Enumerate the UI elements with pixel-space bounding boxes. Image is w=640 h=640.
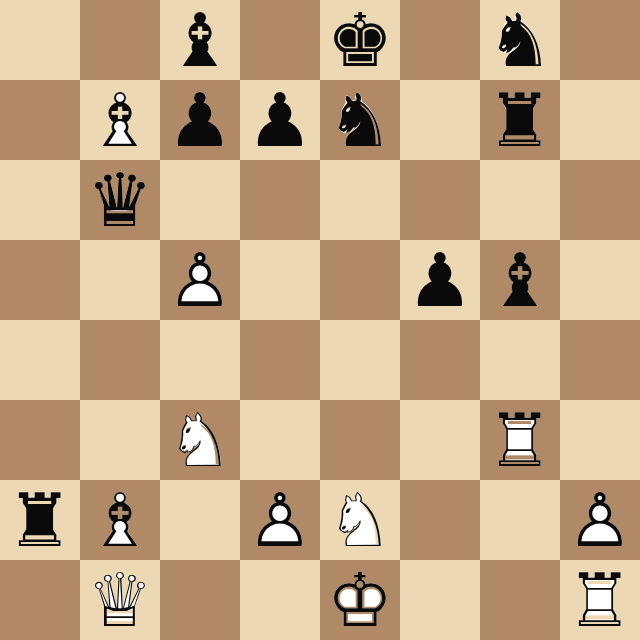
white-rook-glyph: ♖ <box>480 400 560 480</box>
white-king-glyph: ♔ <box>320 560 400 640</box>
black-knight-glyph: ♞ <box>320 80 400 160</box>
square-d1[interactable] <box>240 560 320 640</box>
white-queen-glyph: ♕ <box>80 560 160 640</box>
square-b4[interactable] <box>80 320 160 400</box>
square-f8[interactable] <box>400 0 480 80</box>
white-queen-glyph-base: ♛ <box>80 560 160 640</box>
square-g5[interactable]: ♗♝ <box>480 240 560 320</box>
square-a2[interactable]: ♖♜ <box>0 480 80 560</box>
piece-black-rook[interactable]: ♖♜ <box>0 480 80 560</box>
black-knight-glyph: ♞ <box>480 0 560 80</box>
piece-white-knight[interactable]: ♞♘ <box>320 480 400 560</box>
piece-white-king[interactable]: ♚♔ <box>320 560 400 640</box>
piece-black-knight[interactable]: ♘♞ <box>320 80 400 160</box>
square-g6[interactable] <box>480 160 560 240</box>
white-pawn-glyph: ♙ <box>560 480 640 560</box>
black-rook-glyph: ♜ <box>480 80 560 160</box>
chess-board: ♗♝♔♚♘♞♝♗♙♟♙♟♘♞♖♜♕♛♟♙♙♟♗♝♞♘♜♖♖♜♝♗♟♙♞♘♟♙♛♕… <box>0 0 640 640</box>
square-a6[interactable] <box>0 160 80 240</box>
white-knight-glyph: ♘ <box>320 480 400 560</box>
piece-black-king[interactable]: ♔♚ <box>320 0 400 80</box>
square-b1[interactable]: ♛♕ <box>80 560 160 640</box>
black-rook-glyph-base: ♖ <box>480 80 560 160</box>
black-knight-glyph-base: ♘ <box>320 80 400 160</box>
square-h4[interactable] <box>560 320 640 400</box>
piece-black-pawn[interactable]: ♙♟ <box>240 80 320 160</box>
white-pawn-glyph-base: ♟ <box>560 480 640 560</box>
white-pawn-glyph: ♙ <box>160 240 240 320</box>
square-c4[interactable] <box>160 320 240 400</box>
piece-white-bishop[interactable]: ♝♗ <box>80 80 160 160</box>
piece-black-queen[interactable]: ♕♛ <box>80 160 160 240</box>
white-bishop-glyph-base: ♝ <box>80 80 160 160</box>
square-c3[interactable]: ♞♘ <box>160 400 240 480</box>
white-bishop-glyph-base: ♝ <box>80 480 160 560</box>
square-e7[interactable]: ♘♞ <box>320 80 400 160</box>
square-a1[interactable] <box>0 560 80 640</box>
square-d4[interactable] <box>240 320 320 400</box>
piece-white-knight[interactable]: ♞♘ <box>160 400 240 480</box>
white-knight-glyph-base: ♞ <box>160 400 240 480</box>
square-g4[interactable] <box>480 320 560 400</box>
square-b3[interactable] <box>80 400 160 480</box>
piece-white-pawn[interactable]: ♟♙ <box>160 240 240 320</box>
square-f7[interactable] <box>400 80 480 160</box>
square-f3[interactable] <box>400 400 480 480</box>
white-rook-glyph: ♖ <box>560 560 640 640</box>
piece-black-bishop[interactable]: ♗♝ <box>480 240 560 320</box>
square-e8[interactable]: ♔♚ <box>320 0 400 80</box>
black-pawn-glyph: ♟ <box>400 240 480 320</box>
black-bishop-glyph-base: ♗ <box>160 0 240 80</box>
piece-black-knight[interactable]: ♘♞ <box>480 0 560 80</box>
piece-black-pawn[interactable]: ♙♟ <box>400 240 480 320</box>
square-e3[interactable] <box>320 400 400 480</box>
square-f4[interactable] <box>400 320 480 400</box>
square-e5[interactable] <box>320 240 400 320</box>
square-b5[interactable] <box>80 240 160 320</box>
piece-black-pawn[interactable]: ♙♟ <box>160 80 240 160</box>
square-f5[interactable]: ♙♟ <box>400 240 480 320</box>
square-g2[interactable] <box>480 480 560 560</box>
square-g3[interactable]: ♜♖ <box>480 400 560 480</box>
square-h6[interactable] <box>560 160 640 240</box>
black-bishop-glyph: ♝ <box>480 240 560 320</box>
square-a8[interactable] <box>0 0 80 80</box>
black-bishop-glyph: ♝ <box>160 0 240 80</box>
piece-white-pawn[interactable]: ♟♙ <box>240 480 320 560</box>
square-a5[interactable] <box>0 240 80 320</box>
square-g8[interactable]: ♘♞ <box>480 0 560 80</box>
square-e1[interactable]: ♚♔ <box>320 560 400 640</box>
square-a7[interactable] <box>0 80 80 160</box>
square-f2[interactable] <box>400 480 480 560</box>
square-b7[interactable]: ♝♗ <box>80 80 160 160</box>
black-pawn-glyph: ♟ <box>240 80 320 160</box>
white-pawn-glyph-base: ♟ <box>240 480 320 560</box>
black-king-glyph: ♚ <box>320 0 400 80</box>
square-h7[interactable] <box>560 80 640 160</box>
square-c6[interactable] <box>160 160 240 240</box>
piece-white-pawn[interactable]: ♟♙ <box>560 480 640 560</box>
square-a4[interactable] <box>0 320 80 400</box>
black-queen-glyph-base: ♕ <box>80 160 160 240</box>
piece-white-bishop[interactable]: ♝♗ <box>80 480 160 560</box>
square-g1[interactable] <box>480 560 560 640</box>
black-pawn-glyph-base: ♙ <box>240 80 320 160</box>
square-d5[interactable] <box>240 240 320 320</box>
piece-white-queen[interactable]: ♛♕ <box>80 560 160 640</box>
black-rook-glyph-base: ♖ <box>0 480 80 560</box>
piece-black-bishop[interactable]: ♗♝ <box>160 0 240 80</box>
black-rook-glyph: ♜ <box>0 480 80 560</box>
square-e4[interactable] <box>320 320 400 400</box>
square-h1[interactable]: ♜♖ <box>560 560 640 640</box>
piece-black-rook[interactable]: ♖♜ <box>480 80 560 160</box>
black-pawn-glyph-base: ♙ <box>400 240 480 320</box>
square-c5[interactable]: ♟♙ <box>160 240 240 320</box>
white-pawn-glyph-base: ♟ <box>160 240 240 320</box>
square-c7[interactable]: ♙♟ <box>160 80 240 160</box>
white-knight-glyph-base: ♞ <box>320 480 400 560</box>
piece-white-rook[interactable]: ♜♖ <box>560 560 640 640</box>
square-c2[interactable] <box>160 480 240 560</box>
square-d7[interactable]: ♙♟ <box>240 80 320 160</box>
square-b6[interactable]: ♕♛ <box>80 160 160 240</box>
black-king-glyph-base: ♔ <box>320 0 400 80</box>
square-e2[interactable]: ♞♘ <box>320 480 400 560</box>
white-rook-glyph-base: ♜ <box>480 400 560 480</box>
white-knight-glyph: ♘ <box>160 400 240 480</box>
square-d2[interactable]: ♟♙ <box>240 480 320 560</box>
white-bishop-glyph: ♗ <box>80 480 160 560</box>
square-d3[interactable] <box>240 400 320 480</box>
piece-white-rook[interactable]: ♜♖ <box>480 400 560 480</box>
square-g7[interactable]: ♖♜ <box>480 80 560 160</box>
black-pawn-glyph-base: ♙ <box>160 80 240 160</box>
square-h8[interactable] <box>560 0 640 80</box>
square-b2[interactable]: ♝♗ <box>80 480 160 560</box>
white-bishop-glyph: ♗ <box>80 80 160 160</box>
square-h2[interactable]: ♟♙ <box>560 480 640 560</box>
white-king-glyph-base: ♚ <box>320 560 400 640</box>
white-rook-glyph-base: ♜ <box>560 560 640 640</box>
square-e6[interactable] <box>320 160 400 240</box>
square-f6[interactable] <box>400 160 480 240</box>
square-d8[interactable] <box>240 0 320 80</box>
square-c8[interactable]: ♗♝ <box>160 0 240 80</box>
square-h5[interactable] <box>560 240 640 320</box>
black-pawn-glyph: ♟ <box>160 80 240 160</box>
square-b8[interactable] <box>80 0 160 80</box>
black-bishop-glyph-base: ♗ <box>480 240 560 320</box>
square-d6[interactable] <box>240 160 320 240</box>
square-h3[interactable] <box>560 400 640 480</box>
black-knight-glyph-base: ♘ <box>480 0 560 80</box>
white-pawn-glyph: ♙ <box>240 480 320 560</box>
square-c1[interactable] <box>160 560 240 640</box>
square-f1[interactable] <box>400 560 480 640</box>
black-queen-glyph: ♛ <box>80 160 160 240</box>
square-a3[interactable] <box>0 400 80 480</box>
